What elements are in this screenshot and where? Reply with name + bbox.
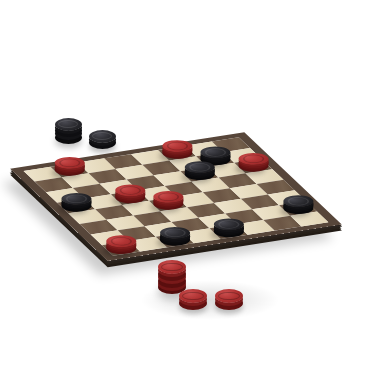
table-shadow [140,280,280,320]
checkers-board [10,132,342,261]
red-offboard-stack[interactable] [158,260,186,274]
black-offboard-piece[interactable] [89,130,116,143]
black-offboard-stack[interactable] [55,118,82,131]
red-offboard-piece[interactable] [215,289,243,303]
red-offboard-piece[interactable] [179,289,207,303]
background [0,0,370,370]
